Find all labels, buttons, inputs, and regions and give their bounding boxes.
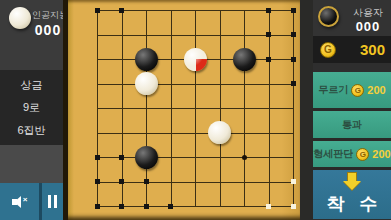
white-territory-marker xyxy=(266,204,271,209)
grid-line xyxy=(220,10,221,206)
estimate-button[interactable]: 형세판단 G 200 xyxy=(313,141,391,167)
ai-player-label: 인공지능 xyxy=(32,9,66,22)
black-stone xyxy=(135,146,158,169)
board-size-label: 9로 xyxy=(23,100,40,115)
black-territory-marker xyxy=(95,204,100,209)
white-stone-last-move xyxy=(184,48,207,71)
pause-button[interactable] xyxy=(42,183,63,220)
black-territory-marker xyxy=(266,57,271,62)
mute-button[interactable]: × xyxy=(0,183,39,220)
ai-header: 인공지능 000 xyxy=(0,0,63,70)
coin-balance: 300 xyxy=(336,41,391,58)
user-header: 사용자 000 xyxy=(313,0,391,36)
black-territory-marker xyxy=(95,8,100,13)
white-territory-marker xyxy=(291,204,296,209)
black-territory-marker xyxy=(119,8,124,13)
play-label: 착 수 xyxy=(321,192,382,216)
black-stone xyxy=(233,48,256,71)
pause-icon xyxy=(48,195,57,208)
grid-line xyxy=(244,10,245,206)
pass-label: 통과 xyxy=(342,118,362,132)
left-panel-buttons: × xyxy=(0,183,63,220)
black-territory-marker xyxy=(119,204,124,209)
black-territory-marker xyxy=(95,179,100,184)
black-territory-marker xyxy=(266,32,271,37)
black-territory-marker xyxy=(168,204,173,209)
black-territory-marker xyxy=(144,179,149,184)
grid-line xyxy=(97,133,293,134)
user-score: 000 xyxy=(348,19,388,34)
star-point xyxy=(242,155,247,160)
black-territory-marker xyxy=(119,155,124,160)
user-panel: 사용자 000 G 300 무르기 G 200 통과 형세판단 G 200 xyxy=(313,0,391,220)
estimate-label: 형세판단 xyxy=(313,147,353,161)
white-stone-icon xyxy=(9,7,31,29)
black-territory-marker xyxy=(266,8,271,13)
undo-button[interactable]: 무르기 G 200 xyxy=(313,72,391,108)
black-territory-marker xyxy=(291,32,296,37)
undo-cost: 200 xyxy=(367,84,385,96)
grid-line xyxy=(97,182,293,183)
coin-icon: G xyxy=(356,148,369,161)
black-stone-icon xyxy=(318,6,339,27)
grid-line xyxy=(195,10,196,206)
ai-panel: 인공지능 000 상금 9로 6집반 × xyxy=(0,0,63,220)
black-territory-marker xyxy=(119,179,124,184)
user-player-label: 사용자 xyxy=(348,6,388,20)
white-territory-marker xyxy=(291,179,296,184)
estimate-cost: 200 xyxy=(372,148,390,160)
black-stone xyxy=(135,48,158,71)
coin-balance-row: G 300 xyxy=(313,36,391,63)
game-info-box: 상금 9로 6집반 xyxy=(0,70,63,145)
prize-label: 상금 xyxy=(21,78,43,93)
undo-label: 무르기 xyxy=(318,83,348,97)
black-territory-marker xyxy=(95,155,100,160)
coin-icon: G xyxy=(320,42,336,58)
play-button[interactable]: 착 수 xyxy=(313,170,391,219)
ai-score: 000 xyxy=(30,22,66,38)
action-buttons: 무르기 G 200 통과 형세판단 G 200 착 수 xyxy=(313,72,391,220)
black-territory-marker xyxy=(144,204,149,209)
grid-line xyxy=(269,10,270,206)
pass-button[interactable]: 통과 xyxy=(313,111,391,138)
speaker-mute-icon: × xyxy=(12,196,28,208)
grid-line xyxy=(293,10,294,206)
black-territory-marker xyxy=(291,8,296,13)
black-territory-marker xyxy=(291,81,296,86)
komi-label: 6집반 xyxy=(17,123,45,138)
go-board[interactable] xyxy=(63,0,300,220)
coin-icon: G xyxy=(351,84,364,97)
white-stone xyxy=(135,72,158,95)
white-stone xyxy=(208,121,231,144)
go-app: 인공지능 000 상금 9로 6집반 × xyxy=(0,0,391,220)
grid-line xyxy=(97,206,293,207)
grid-line xyxy=(97,157,293,158)
black-territory-marker xyxy=(291,57,296,62)
left-panel-spacer xyxy=(0,145,63,183)
board-area xyxy=(63,0,313,220)
